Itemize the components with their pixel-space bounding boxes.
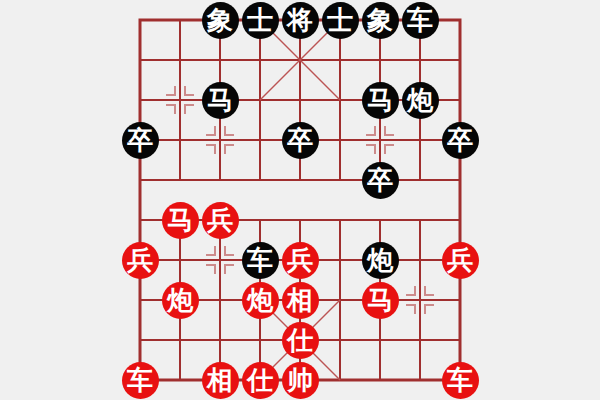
point-marker	[225, 246, 234, 255]
point-marker	[385, 145, 394, 154]
piece-red-horse[interactable]: 马	[362, 282, 399, 319]
piece-red-soldier[interactable]: 兵	[442, 242, 479, 279]
point-marker	[185, 105, 194, 114]
piece-black-elephant[interactable]: 象	[202, 2, 239, 39]
point-marker	[366, 145, 375, 154]
piece-red-chariot[interactable]: 车	[442, 362, 479, 399]
point-marker	[385, 126, 394, 135]
piece-red-cannon[interactable]: 炮	[242, 282, 279, 319]
piece-black-general[interactable]: 将	[282, 2, 319, 39]
point-marker	[166, 86, 175, 95]
piece-black-chariot[interactable]: 车	[402, 2, 439, 39]
xiangqi-board: 象士将士象车马马炮卒卒卒卒车炮马兵兵兵兵炮炮相马仕车相仕帅车	[0, 0, 600, 400]
piece-red-elephant[interactable]: 相	[282, 282, 319, 319]
piece-black-chariot[interactable]: 车	[242, 242, 279, 279]
point-marker	[406, 305, 415, 314]
piece-red-soldier[interactable]: 兵	[282, 242, 319, 279]
point-marker	[425, 305, 434, 314]
point-marker	[225, 126, 234, 135]
piece-black-elephant[interactable]: 象	[362, 2, 399, 39]
piece-black-horse[interactable]: 马	[362, 82, 399, 119]
piece-black-soldier[interactable]: 卒	[442, 122, 479, 159]
piece-black-advisor[interactable]: 士	[242, 2, 279, 39]
piece-red-advisor[interactable]: 仕	[242, 362, 279, 399]
point-marker	[206, 145, 215, 154]
point-marker	[366, 126, 375, 135]
piece-red-cannon[interactable]: 炮	[162, 282, 199, 319]
piece-black-cannon[interactable]: 炮	[402, 82, 439, 119]
point-marker	[206, 246, 215, 255]
piece-black-cannon[interactable]: 炮	[362, 242, 399, 279]
piece-red-general[interactable]: 帅	[282, 362, 319, 399]
point-marker	[206, 265, 215, 274]
piece-black-advisor[interactable]: 士	[322, 2, 359, 39]
piece-black-soldier[interactable]: 卒	[122, 122, 159, 159]
piece-red-advisor[interactable]: 仕	[282, 322, 319, 359]
piece-red-soldier[interactable]: 兵	[122, 242, 159, 279]
point-marker	[425, 286, 434, 295]
point-marker	[166, 105, 175, 114]
piece-black-soldier[interactable]: 卒	[362, 162, 399, 199]
point-marker	[225, 265, 234, 274]
piece-red-horse[interactable]: 马	[162, 202, 199, 239]
piece-black-soldier[interactable]: 卒	[282, 122, 319, 159]
piece-black-horse[interactable]: 马	[202, 82, 239, 119]
point-marker	[225, 145, 234, 154]
piece-red-soldier[interactable]: 兵	[202, 202, 239, 239]
piece-red-elephant[interactable]: 相	[202, 362, 239, 399]
point-marker	[185, 86, 194, 95]
piece-red-chariot[interactable]: 车	[122, 362, 159, 399]
point-marker	[206, 126, 215, 135]
point-marker	[406, 286, 415, 295]
